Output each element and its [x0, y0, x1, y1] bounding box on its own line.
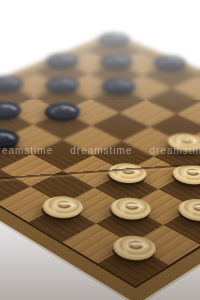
focus-blur-overlay-top	[0, 0, 200, 100]
photo-stage: dreamstime dreamstime dreamstime	[0, 0, 200, 300]
focus-blur-overlay-mid	[0, 100, 200, 155]
